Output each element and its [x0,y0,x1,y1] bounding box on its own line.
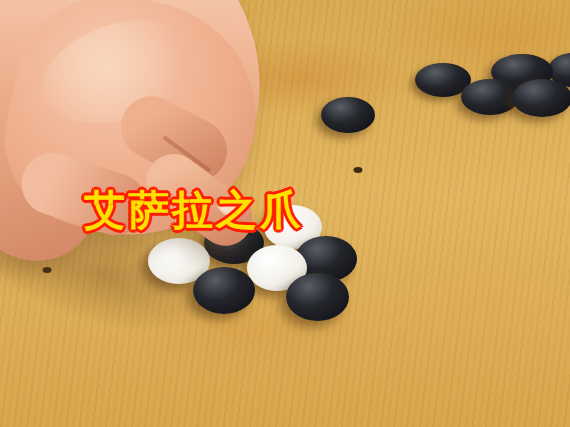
player-hand [0,0,340,300]
stone-black-margin-near-T18[interactable] [512,79,570,117]
go-photo-scene: 艾萨拉之爪 [0,0,570,427]
overlay-caption: 艾萨拉之爪 [84,189,304,232]
stone-black-margin-near-S18[interactable] [461,79,519,115]
